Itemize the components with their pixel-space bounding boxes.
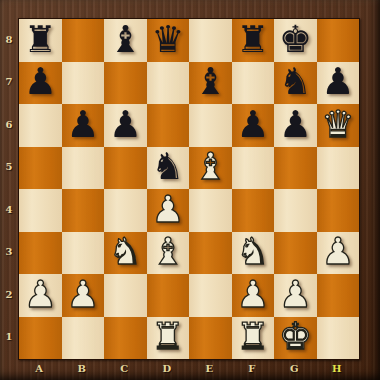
rank-label-1: 1 [0,316,18,359]
square-a5[interactable] [19,147,62,190]
square-h4[interactable] [317,189,360,232]
piece-white-pawn[interactable]: ♟ [151,191,184,228]
piece-black-pawn[interactable]: ♟ [279,106,312,143]
square-c4[interactable] [104,189,147,232]
piece-white-bishop[interactable]: ♝ [151,233,184,270]
piece-white-pawn[interactable]: ♟ [279,276,312,313]
piece-white-knight[interactable]: ♞ [109,233,142,270]
square-b5[interactable] [62,147,105,190]
square-c1[interactable] [104,317,147,360]
square-h8[interactable] [317,19,360,62]
piece-black-rook[interactable]: ♜ [236,21,269,58]
square-e2[interactable] [189,274,232,317]
square-f4[interactable] [232,189,275,232]
square-e5[interactable]: ♝ [189,147,232,190]
file-label-g: G [273,359,316,378]
square-a4[interactable] [19,189,62,232]
file-label-d: D [146,359,189,378]
piece-white-rook[interactable]: ♜ [236,318,269,355]
piece-black-pawn[interactable]: ♟ [236,106,269,143]
file-label-h: H [316,359,359,378]
piece-black-pawn[interactable]: ♟ [321,63,354,100]
piece-white-king[interactable]: ♚ [279,318,312,355]
square-c6[interactable]: ♟ [104,104,147,147]
rank-label-6: 6 [0,103,18,146]
square-d3[interactable]: ♝ [147,232,190,275]
square-h6[interactable]: ♛ [317,104,360,147]
square-f3[interactable]: ♞ [232,232,275,275]
piece-white-knight[interactable]: ♞ [236,233,269,270]
file-label-b: B [61,359,104,378]
square-f1[interactable]: ♜ [232,317,275,360]
square-a6[interactable] [19,104,62,147]
rank-labels: 87654321 [0,18,18,358]
square-c8[interactable]: ♝ [104,19,147,62]
rank-label-3: 3 [0,231,18,274]
square-e3[interactable] [189,232,232,275]
file-label-f: F [231,359,274,378]
piece-black-rook[interactable]: ♜ [24,21,57,58]
square-d4[interactable]: ♟ [147,189,190,232]
square-a3[interactable] [19,232,62,275]
square-e7[interactable]: ♝ [189,62,232,105]
piece-black-pawn[interactable]: ♟ [24,63,57,100]
square-h5[interactable] [317,147,360,190]
square-a1[interactable] [19,317,62,360]
square-d5[interactable]: ♞ [147,147,190,190]
square-e8[interactable] [189,19,232,62]
square-d1[interactable]: ♜ [147,317,190,360]
square-f7[interactable] [232,62,275,105]
piece-white-queen[interactable]: ♛ [321,106,354,143]
square-f6[interactable]: ♟ [232,104,275,147]
square-c2[interactable] [104,274,147,317]
square-h7[interactable]: ♟ [317,62,360,105]
file-labels: ABCDEFGH [18,359,358,378]
square-g8[interactable]: ♚ [274,19,317,62]
square-c5[interactable] [104,147,147,190]
rank-label-2: 2 [0,273,18,316]
square-c7[interactable] [104,62,147,105]
square-h3[interactable]: ♟ [317,232,360,275]
piece-black-queen[interactable]: ♛ [151,21,184,58]
file-label-e: E [188,359,231,378]
piece-black-pawn[interactable]: ♟ [66,106,99,143]
board: ♜♝♛♜♚♟♝♞♟♟♟♟♟♛♞♝♟♞♝♞♟♟♟♟♟♜♜♚ [18,18,360,360]
piece-white-rook[interactable]: ♜ [151,318,184,355]
piece-white-pawn[interactable]: ♟ [66,276,99,313]
piece-black-king[interactable]: ♚ [279,21,312,58]
piece-black-bishop[interactable]: ♝ [109,21,142,58]
piece-white-pawn[interactable]: ♟ [321,233,354,270]
square-f5[interactable] [232,147,275,190]
piece-white-pawn[interactable]: ♟ [24,276,57,313]
square-f8[interactable]: ♜ [232,19,275,62]
square-b3[interactable] [62,232,105,275]
square-g2[interactable]: ♟ [274,274,317,317]
square-a7[interactable]: ♟ [19,62,62,105]
square-g1[interactable]: ♚ [274,317,317,360]
square-h1[interactable] [317,317,360,360]
square-d7[interactable] [147,62,190,105]
rank-label-5: 5 [0,146,18,189]
file-label-a: A [18,359,61,378]
rank-label-4: 4 [0,188,18,231]
rank-label-8: 8 [0,18,18,61]
square-h2[interactable] [317,274,360,317]
square-e1[interactable] [189,317,232,360]
square-e6[interactable] [189,104,232,147]
square-b2[interactable]: ♟ [62,274,105,317]
square-a2[interactable]: ♟ [19,274,62,317]
square-b4[interactable] [62,189,105,232]
square-f2[interactable]: ♟ [232,274,275,317]
piece-black-pawn[interactable]: ♟ [109,106,142,143]
piece-black-bishop[interactable]: ♝ [194,63,227,100]
square-g5[interactable] [274,147,317,190]
square-g3[interactable] [274,232,317,275]
square-d6[interactable] [147,104,190,147]
square-c3[interactable]: ♞ [104,232,147,275]
chess-board-frame: 87654321 ♜♝♛♜♚♟♝♞♟♟♟♟♟♛♞♝♟♞♝♞♟♟♟♟♟♜♜♚ AB… [0,0,380,380]
square-b1[interactable] [62,317,105,360]
square-d8[interactable]: ♛ [147,19,190,62]
square-g4[interactable] [274,189,317,232]
piece-white-bishop[interactable]: ♝ [194,148,227,185]
file-label-c: C [103,359,146,378]
piece-white-pawn[interactable]: ♟ [236,276,269,313]
piece-black-knight[interactable]: ♞ [279,63,312,100]
square-e4[interactable] [189,189,232,232]
square-b8[interactable] [62,19,105,62]
square-g7[interactable]: ♞ [274,62,317,105]
rank-label-7: 7 [0,61,18,104]
square-b7[interactable] [62,62,105,105]
piece-black-knight[interactable]: ♞ [151,148,184,185]
square-b6[interactable]: ♟ [62,104,105,147]
square-d2[interactable] [147,274,190,317]
square-a8[interactable]: ♜ [19,19,62,62]
square-g6[interactable]: ♟ [274,104,317,147]
